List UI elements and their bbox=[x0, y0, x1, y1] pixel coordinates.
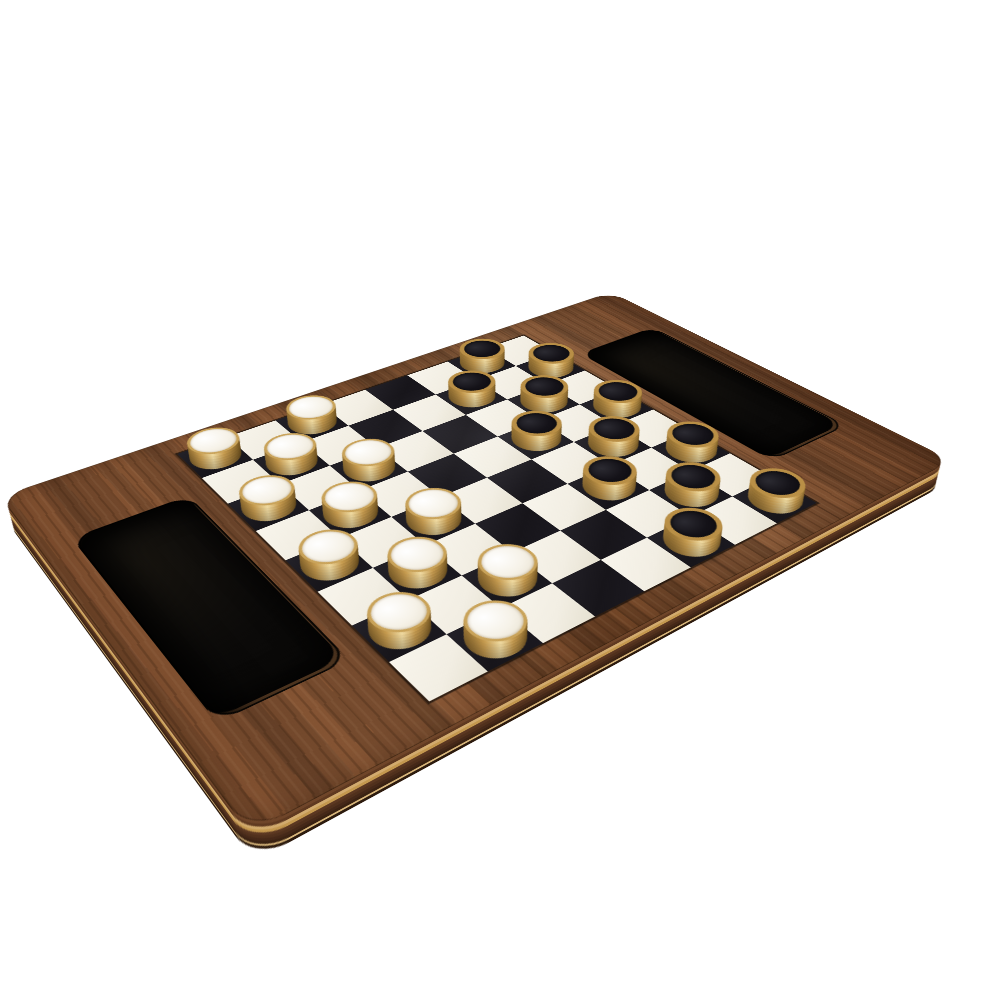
product-photo-scene bbox=[0, 0, 1000, 1000]
checkers-board-platter bbox=[0, 292, 952, 834]
